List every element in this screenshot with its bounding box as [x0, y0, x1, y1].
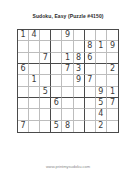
cell-r7c7 — [85, 98, 96, 109]
cell-r2c1 — [18, 41, 29, 52]
cell-r6c5 — [62, 87, 73, 98]
cell-r1c5: 9 — [62, 30, 73, 41]
cell-r9c8: 2 — [96, 121, 107, 132]
cell-r5c5 — [62, 75, 73, 86]
cell-r4c4 — [51, 64, 62, 75]
cell-r4c2 — [29, 64, 40, 75]
cell-r4c8 — [96, 64, 107, 75]
cell-r9c7 — [85, 121, 96, 132]
cell-r8c7 — [85, 109, 96, 120]
cell-r3c3: 7 — [40, 53, 51, 64]
cell-r9c2 — [29, 121, 40, 132]
cell-r8c5 — [62, 109, 73, 120]
cell-r8c4 — [51, 109, 62, 120]
cell-r1c7 — [85, 30, 96, 41]
cell-r7c3 — [40, 98, 51, 109]
cell-r1c2: 4 — [29, 30, 40, 41]
cell-r9c4: 5 — [51, 121, 62, 132]
cell-r8c6 — [74, 109, 85, 120]
cell-r4c1: 6 — [18, 64, 29, 75]
cell-r3c9 — [107, 53, 118, 64]
cell-r9c9 — [107, 121, 118, 132]
cell-r5c2: 1 — [29, 75, 40, 86]
cell-r7c9: 7 — [107, 98, 118, 109]
cell-r2c4 — [51, 41, 62, 52]
page-title: Sudoku, Easy (Puzzle #4150) — [0, 13, 136, 19]
cell-r1c3 — [40, 30, 51, 41]
cell-r9c5: 8 — [62, 121, 73, 132]
cell-r5c7: 7 — [85, 75, 96, 86]
sudoku-page: Sudoku, Easy (Puzzle #4150) 149819718667… — [0, 0, 136, 176]
cell-r7c4: 6 — [51, 98, 62, 109]
cell-r3c7: 6 — [85, 53, 96, 64]
cell-r6c6 — [74, 87, 85, 98]
cell-r1c6 — [74, 30, 85, 41]
cell-r6c8: 9 — [96, 87, 107, 98]
cell-r4c7 — [85, 64, 96, 75]
sudoku-grid: 1498197186673219759165747582 — [17, 29, 119, 133]
cell-r2c2 — [29, 41, 40, 52]
footer-url: www.printmysudoku.com — [0, 164, 136, 169]
cell-r8c1 — [18, 109, 29, 120]
cell-r9c1: 7 — [18, 121, 29, 132]
cell-r7c1 — [18, 98, 29, 109]
cell-r3c4 — [51, 53, 62, 64]
cell-r5c8 — [96, 75, 107, 86]
cell-r4c5: 7 — [62, 64, 73, 75]
cell-r3c8 — [96, 53, 107, 64]
cell-r8c8: 4 — [96, 109, 107, 120]
cell-r7c2 — [29, 98, 40, 109]
cell-r1c8 — [96, 30, 107, 41]
cell-r3c6: 8 — [74, 53, 85, 64]
cell-r2c3 — [40, 41, 51, 52]
cell-r3c1 — [18, 53, 29, 64]
cell-r7c6 — [74, 98, 85, 109]
cell-r7c8: 5 — [96, 98, 107, 109]
cell-r2c8: 1 — [96, 41, 107, 52]
cell-r7c5 — [62, 98, 73, 109]
cell-r2c6 — [74, 41, 85, 52]
cell-r1c9 — [107, 30, 118, 41]
cell-r4c9: 2 — [107, 64, 118, 75]
cell-r8c2 — [29, 109, 40, 120]
cell-r6c1 — [18, 87, 29, 98]
cell-r9c6 — [74, 121, 85, 132]
cell-r5c4 — [51, 75, 62, 86]
cell-r3c2 — [29, 53, 40, 64]
cell-r5c9 — [107, 75, 118, 86]
cell-r6c9: 1 — [107, 87, 118, 98]
cell-r1c1: 1 — [18, 30, 29, 41]
cell-r4c3 — [40, 64, 51, 75]
cell-r5c3 — [40, 75, 51, 86]
cell-r9c3 — [40, 121, 51, 132]
cell-r8c9 — [107, 109, 118, 120]
cell-r4c6: 3 — [74, 64, 85, 75]
cell-r6c2 — [29, 87, 40, 98]
cell-r5c1 — [18, 75, 29, 86]
cell-r1c4 — [51, 30, 62, 41]
cell-r2c7: 8 — [85, 41, 96, 52]
cell-r3c5: 1 — [62, 53, 73, 64]
cell-r2c9: 9 — [107, 41, 118, 52]
cell-r6c7 — [85, 87, 96, 98]
cell-r6c3: 5 — [40, 87, 51, 98]
cell-r2c5 — [62, 41, 73, 52]
cell-r5c6: 9 — [74, 75, 85, 86]
cell-r8c3 — [40, 109, 51, 120]
cell-r6c4 — [51, 87, 62, 98]
